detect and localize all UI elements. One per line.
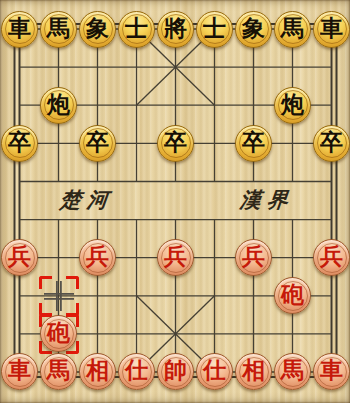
- piece-glyph: 炮: [281, 93, 304, 116]
- piece-glyph: 砲: [47, 321, 70, 344]
- piece-black-soldier[interactable]: 卒: [1, 125, 38, 162]
- piece-black-horse[interactable]: 馬: [274, 11, 311, 48]
- piece-layer: 車馬象士將士象馬車炮炮卒卒卒卒卒兵兵兵兵兵砲砲車馬相仕帥仕相馬車: [0, 0, 350, 403]
- piece-black-advisor[interactable]: 士: [118, 11, 155, 48]
- piece-black-advisor[interactable]: 士: [196, 11, 233, 48]
- piece-red-elephant[interactable]: 相: [79, 353, 116, 390]
- piece-red-soldier[interactable]: 兵: [1, 239, 38, 276]
- piece-black-general[interactable]: 將: [157, 11, 194, 48]
- xiangqi-board[interactable]: 楚河 漢界 車馬象士將士象馬車炮炮卒卒卒卒卒兵兵兵兵兵砲砲車馬相仕帥仕相馬車: [0, 0, 350, 403]
- piece-red-horse[interactable]: 馬: [40, 353, 77, 390]
- piece-red-chariot[interactable]: 車: [1, 353, 38, 390]
- piece-glyph: 仕: [125, 359, 148, 382]
- piece-red-elephant[interactable]: 相: [235, 353, 272, 390]
- piece-glyph: 車: [320, 17, 343, 40]
- piece-red-soldier[interactable]: 兵: [157, 239, 194, 276]
- piece-black-soldier[interactable]: 卒: [79, 125, 116, 162]
- piece-glyph: 士: [125, 17, 148, 40]
- piece-black-horse[interactable]: 馬: [40, 11, 77, 48]
- piece-red-cannon[interactable]: 砲: [40, 315, 77, 352]
- piece-glyph: 馬: [47, 359, 70, 382]
- piece-glyph: 卒: [8, 131, 31, 154]
- piece-glyph: 兵: [320, 245, 343, 268]
- piece-black-elephant[interactable]: 象: [235, 11, 272, 48]
- piece-glyph: 馬: [281, 359, 304, 382]
- piece-red-advisor[interactable]: 仕: [196, 353, 233, 390]
- piece-glyph: 砲: [281, 283, 304, 306]
- piece-glyph: 兵: [8, 245, 31, 268]
- piece-glyph: 卒: [86, 131, 109, 154]
- piece-red-advisor[interactable]: 仕: [118, 353, 155, 390]
- piece-glyph: 兵: [86, 245, 109, 268]
- piece-black-soldier[interactable]: 卒: [235, 125, 272, 162]
- piece-glyph: 卒: [320, 131, 343, 154]
- piece-glyph: 卒: [242, 131, 265, 154]
- piece-glyph: 炮: [47, 93, 70, 116]
- piece-glyph: 仕: [203, 359, 226, 382]
- piece-red-cannon[interactable]: 砲: [274, 277, 311, 314]
- piece-glyph: 士: [203, 17, 226, 40]
- piece-glyph: 將: [164, 17, 187, 40]
- piece-red-soldier[interactable]: 兵: [313, 239, 350, 276]
- piece-glyph: 車: [8, 359, 31, 382]
- piece-glyph: 相: [242, 359, 265, 382]
- piece-glyph: 馬: [281, 17, 304, 40]
- piece-glyph: 象: [242, 17, 265, 40]
- piece-red-horse[interactable]: 馬: [274, 353, 311, 390]
- piece-glyph: 車: [8, 17, 31, 40]
- piece-black-chariot[interactable]: 車: [1, 11, 38, 48]
- piece-glyph: 象: [86, 17, 109, 40]
- piece-glyph: 兵: [164, 245, 187, 268]
- piece-glyph: 相: [86, 359, 109, 382]
- piece-black-soldier[interactable]: 卒: [313, 125, 350, 162]
- piece-black-cannon[interactable]: 炮: [40, 87, 77, 124]
- piece-red-general[interactable]: 帥: [157, 353, 194, 390]
- piece-black-cannon[interactable]: 炮: [274, 87, 311, 124]
- piece-red-soldier[interactable]: 兵: [235, 239, 272, 276]
- piece-black-elephant[interactable]: 象: [79, 11, 116, 48]
- piece-red-chariot[interactable]: 車: [313, 353, 350, 390]
- piece-glyph: 車: [320, 359, 343, 382]
- piece-glyph: 卒: [164, 131, 187, 154]
- piece-glyph: 兵: [242, 245, 265, 268]
- piece-red-soldier[interactable]: 兵: [79, 239, 116, 276]
- piece-black-chariot[interactable]: 車: [313, 11, 350, 48]
- piece-glyph: 帥: [164, 359, 187, 382]
- piece-black-soldier[interactable]: 卒: [157, 125, 194, 162]
- piece-glyph: 馬: [47, 17, 70, 40]
